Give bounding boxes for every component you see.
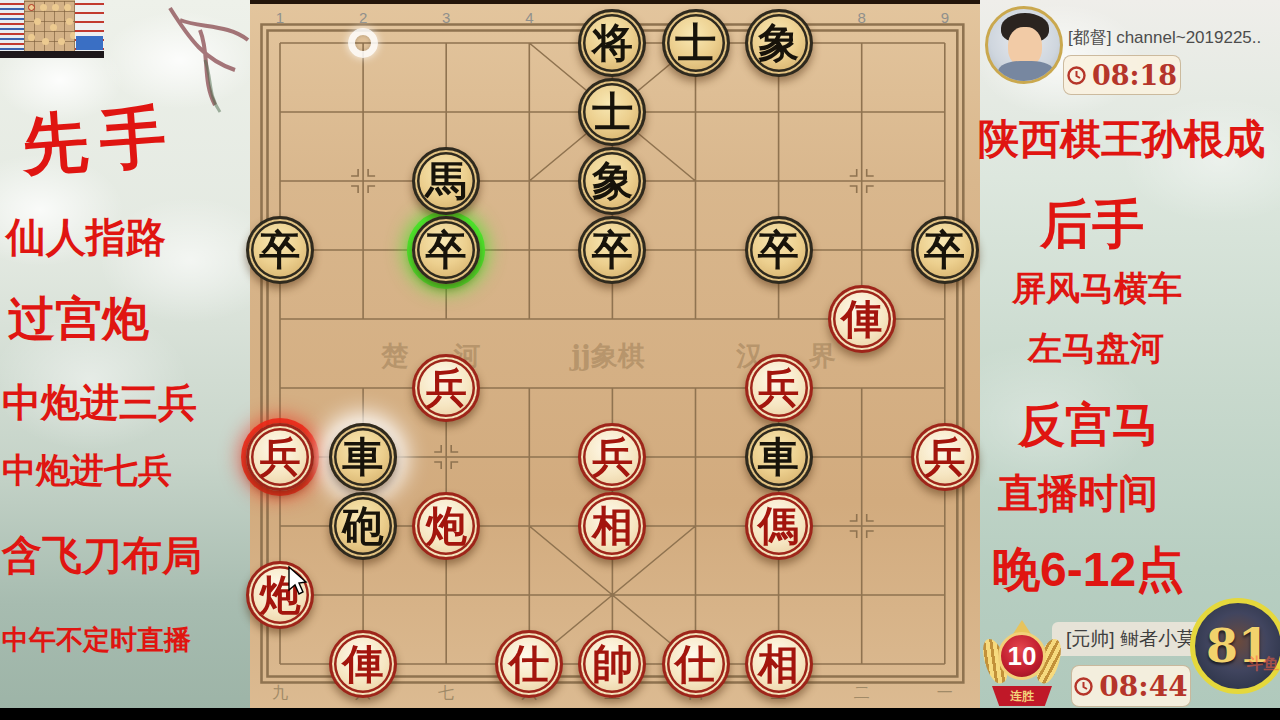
- stream-frame: 先手仙人指路过宫炮中炮进三兵中炮进七兵含飞刀布局中午不定时直播 12345678…: [0, 0, 1280, 720]
- piece-glyph: 兵: [592, 437, 633, 478]
- black-piece[interactable]: 士: [662, 9, 730, 77]
- thumbnail-bottom-bar: [0, 51, 104, 58]
- piece-glyph: 車: [343, 437, 384, 478]
- top-clock-time: 08:18: [1092, 60, 1177, 91]
- bottom-player-name: [元帅] 鲥者小莫: [1052, 622, 1210, 656]
- black-piece[interactable]: 象: [745, 9, 813, 77]
- left-caption-1: 仙人指路: [6, 210, 166, 265]
- black-piece[interactable]: 砲: [329, 492, 397, 560]
- streamer-avatar: [985, 6, 1063, 84]
- platform-watermark: 斗鱼: [1247, 654, 1279, 675]
- piece-glyph: 仕: [675, 644, 716, 685]
- streak-ribbon: 连胜: [992, 686, 1052, 706]
- left-caption-0: 先手: [19, 91, 181, 192]
- piece-glyph: 士: [592, 92, 633, 133]
- piece-glyph: 士: [675, 23, 716, 64]
- piece-glyph: 兵: [426, 368, 467, 409]
- red-piece[interactable]: 俥: [329, 630, 397, 698]
- red-piece[interactable]: 仕: [662, 630, 730, 698]
- bottom-file-label: 七: [438, 683, 454, 704]
- win-streak-badge: 10 连胜: [983, 612, 1061, 720]
- piece-glyph: 砲: [343, 506, 384, 547]
- bottom-clock-time: 08:44: [1099, 670, 1187, 703]
- piece-glyph: 兵: [924, 437, 965, 478]
- red-piece[interactable]: 兵: [412, 354, 480, 422]
- thumbnail-left-column: [0, 0, 24, 51]
- piece-glyph: 卒: [260, 230, 301, 271]
- piece-glyph: 車: [758, 437, 799, 478]
- red-piece[interactable]: 仕: [495, 630, 563, 698]
- opponent-avatar: 81 斗鱼: [1190, 598, 1280, 694]
- piece-glyph: 象: [592, 161, 633, 202]
- red-piece[interactable]: 炮: [412, 492, 480, 560]
- mouse-cursor: [288, 566, 310, 596]
- piece-glyph: 相: [592, 506, 633, 547]
- piece-glyph: 相: [758, 644, 799, 685]
- right-caption-0: 陕西棋王孙根成: [978, 112, 1265, 167]
- piece-glyph: 卒: [592, 230, 633, 271]
- piece-glyph: 象: [758, 23, 799, 64]
- left-caption-5: 含飞刀布局: [2, 528, 202, 583]
- mini-analysis-thumbnail: [0, 0, 104, 58]
- red-piece[interactable]: 兵: [911, 423, 979, 491]
- black-piece[interactable]: 象: [578, 147, 646, 215]
- top-file-label: 3: [442, 9, 450, 26]
- red-piece[interactable]: 俥: [828, 285, 896, 353]
- clock-icon: [1074, 677, 1093, 696]
- piece-glyph: 将: [592, 23, 633, 64]
- piece-glyph: 仕: [509, 644, 550, 685]
- red-piece[interactable]: 兵: [578, 423, 646, 491]
- red-piece[interactable]: 帥: [578, 630, 646, 698]
- black-piece[interactable]: 車: [745, 423, 813, 491]
- bottom-file-label: 二: [854, 683, 870, 704]
- piece-glyph: 卒: [758, 230, 799, 271]
- right-caption-5: 直播时间: [998, 466, 1158, 521]
- red-piece[interactable]: 兵: [246, 423, 314, 491]
- right-caption-1: 后手: [1040, 190, 1144, 260]
- red-piece[interactable]: 兵: [745, 354, 813, 422]
- top-file-label: 4: [525, 9, 533, 26]
- bottom-file-label: 九: [272, 683, 288, 704]
- black-piece[interactable]: 馬: [412, 147, 480, 215]
- bottom-clock-chip: 08:44: [1071, 665, 1191, 707]
- piece-glyph: 兵: [260, 437, 301, 478]
- piece-glyph: 俥: [343, 644, 384, 685]
- clock-icon: [1067, 66, 1086, 85]
- top-file-label: 2: [359, 9, 367, 26]
- red-piece[interactable]: 傌: [745, 492, 813, 560]
- black-piece[interactable]: 卒: [745, 216, 813, 284]
- right-caption-2: 屏风马横车: [1012, 266, 1182, 312]
- bottom-file-label: 一: [937, 683, 953, 704]
- top-file-label: 1: [276, 9, 284, 26]
- thumbnail-blue-box: [76, 36, 103, 50]
- thumbnail-pieces: [28, 4, 35, 11]
- left-caption-2: 过宫炮: [8, 288, 149, 351]
- piece-glyph: 馬: [426, 161, 467, 202]
- red-piece[interactable]: 相: [745, 630, 813, 698]
- move-origin-marker: [348, 28, 378, 58]
- black-piece[interactable]: 卒: [412, 216, 480, 284]
- piece-glyph: 卒: [426, 230, 467, 271]
- piece-glyph: 俥: [841, 299, 882, 340]
- piece-glyph: 兵: [758, 368, 799, 409]
- top-clock-chip: 08:18: [1063, 55, 1181, 95]
- piece-glyph: 卒: [924, 230, 965, 271]
- red-piece[interactable]: 相: [578, 492, 646, 560]
- piece-glyph: 炮: [426, 506, 467, 547]
- left-caption-3: 中炮进三兵: [2, 376, 197, 430]
- river-text-center: jj象棋: [571, 338, 645, 374]
- left-caption-4: 中炮进七兵: [2, 448, 172, 494]
- black-piece[interactable]: 卒: [911, 216, 979, 284]
- black-piece[interactable]: 卒: [246, 216, 314, 284]
- right-caption-3: 左马盘河: [1028, 326, 1164, 372]
- piece-glyph: 傌: [758, 506, 799, 547]
- top-file-label: 8: [858, 9, 866, 26]
- black-piece[interactable]: 卒: [578, 216, 646, 284]
- piece-glyph: 帥: [592, 644, 633, 685]
- black-piece[interactable]: 士: [578, 78, 646, 146]
- right-caption-4: 反宫马: [1018, 394, 1159, 457]
- letterbox-bar: [0, 708, 1280, 720]
- right-caption-6: 晚6-12点: [992, 538, 1184, 602]
- left-caption-6: 中午不定时直播: [2, 622, 191, 658]
- black-piece[interactable]: 車: [329, 423, 397, 491]
- top-player-name: [都督] channel~2019225..: [1068, 26, 1261, 49]
- streak-count: 10: [998, 632, 1046, 680]
- top-file-label: 9: [941, 9, 949, 26]
- black-piece[interactable]: 将: [578, 9, 646, 77]
